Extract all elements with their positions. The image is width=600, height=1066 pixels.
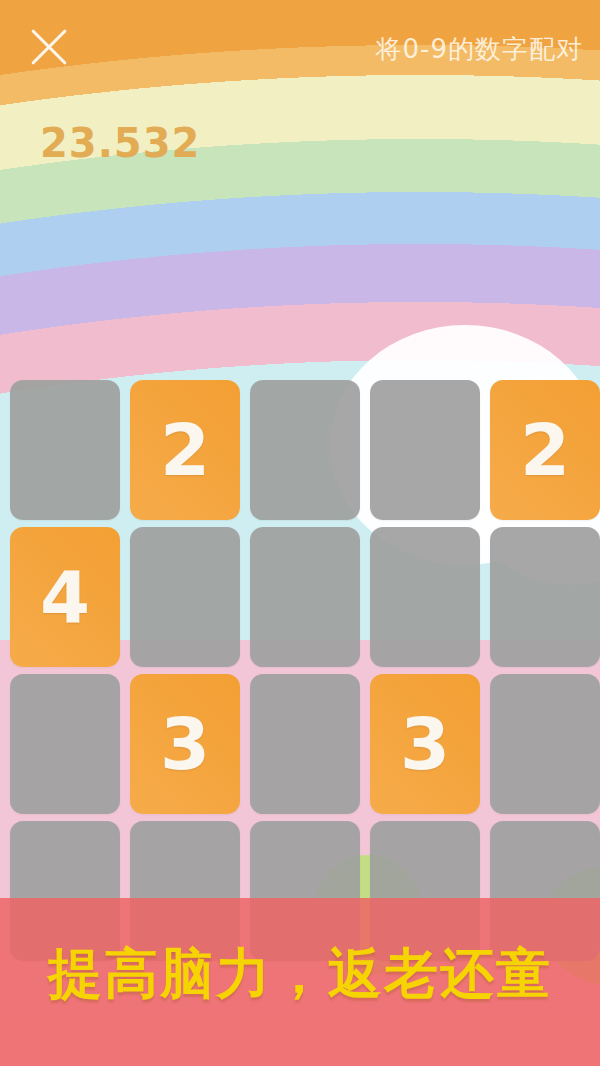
timer-value: 23.532 xyxy=(40,120,200,166)
close-icon xyxy=(28,26,70,68)
card-r2c3[interactable] xyxy=(250,527,360,667)
card-r3c3[interactable] xyxy=(250,674,360,814)
card-r3c4[interactable]: 3 xyxy=(370,674,480,814)
card-r2c4[interactable] xyxy=(370,527,480,667)
card-r1c1[interactable] xyxy=(10,380,120,520)
game-screen: 22433 提高脑力，返老还童 将0-9的数字配对 23.532 xyxy=(0,0,600,1066)
card-r3c1[interactable] xyxy=(10,674,120,814)
card-r1c5[interactable]: 2 xyxy=(490,380,600,520)
page-title: 将0-9的数字配对 xyxy=(376,32,583,67)
card-r2c1[interactable]: 4 xyxy=(10,527,120,667)
board: 22433 xyxy=(10,380,590,961)
card-r2c2[interactable] xyxy=(130,527,240,667)
card-r2c5[interactable] xyxy=(490,527,600,667)
card-r1c3[interactable] xyxy=(250,380,360,520)
card-r3c2[interactable]: 3 xyxy=(130,674,240,814)
close-button[interactable] xyxy=(24,22,74,72)
card-r1c4[interactable] xyxy=(370,380,480,520)
card-r1c2[interactable]: 2 xyxy=(130,380,240,520)
card-r3c5[interactable] xyxy=(490,674,600,814)
ad-banner-text: 提高脑力，返老还童 xyxy=(0,938,600,1011)
